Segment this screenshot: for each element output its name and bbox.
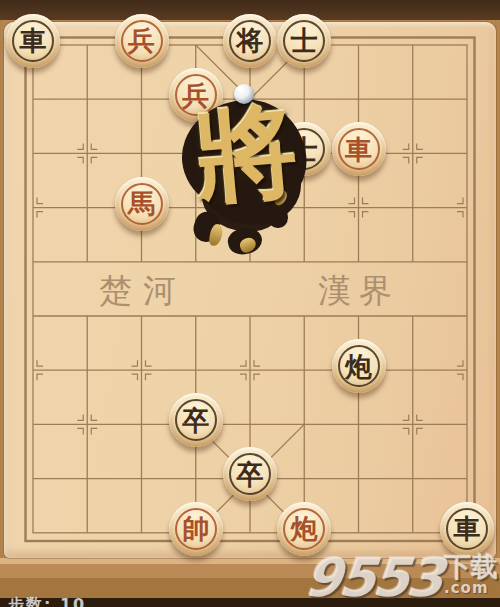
piece-red-兵[interactable]: 兵 (115, 14, 169, 68)
piece-black-車[interactable]: 車 (440, 502, 494, 556)
piece-glyph: 車 (440, 502, 494, 556)
piece-red-車[interactable]: 車 (332, 122, 386, 176)
piece-black-士[interactable]: 士 (277, 14, 331, 68)
piece-black-炮[interactable]: 炮 (332, 339, 386, 393)
piece-glyph: 士 (277, 14, 331, 68)
piece-red-馬[interactable]: 馬 (115, 177, 169, 231)
watermark-number: 9553 (303, 553, 444, 603)
piece-black-車[interactable]: 車 (6, 14, 60, 68)
piece-glyph: 車 (6, 14, 60, 68)
piece-glyph: 将 (223, 14, 277, 68)
watermark-word: 下载 (444, 553, 498, 580)
game-screen: 楚河 漢界 車兵将士兵士車馬炮卒卒帥炮車 將 步数: 10 9553 下载 .c… (0, 0, 500, 607)
site-watermark: 9553 下载 .com (305, 553, 498, 603)
check-banner: 將 (180, 86, 314, 258)
piece-black-卒[interactable]: 卒 (223, 447, 277, 501)
piece-red-帥[interactable]: 帥 (169, 502, 223, 556)
check-glyph: 將 (179, 87, 313, 219)
piece-glyph: 車 (332, 122, 386, 176)
sphere-ornament-icon (234, 84, 254, 104)
piece-glyph: 炮 (332, 339, 386, 393)
piece-glyph: 帥 (169, 502, 223, 556)
piece-glyph: 卒 (169, 393, 223, 447)
piece-glyph: 兵 (115, 14, 169, 68)
watermark-domain: .com (444, 580, 498, 597)
piece-glyph: 馬 (115, 177, 169, 231)
piece-glyph: 卒 (223, 447, 277, 501)
step-counter: 步数: 10 (8, 595, 86, 607)
piece-black-卒[interactable]: 卒 (169, 393, 223, 447)
piece-black-将[interactable]: 将 (223, 14, 277, 68)
